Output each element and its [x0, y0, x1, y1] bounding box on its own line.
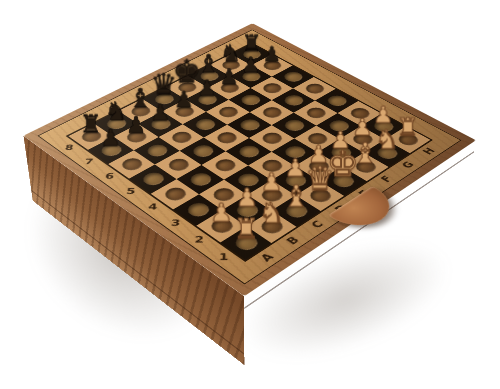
product-photo: 87654321ABCDEFGH ♜♞♝♛♚♝♞♜♟♟♟♟♟♟♟♟♟♟♟♟♟♟♟…	[0, 0, 500, 389]
peg-hole	[258, 130, 285, 146]
peg-hole	[186, 171, 214, 188]
square-b5[interactable]	[155, 151, 202, 179]
peg-hole	[259, 105, 285, 120]
peg-hole	[280, 70, 305, 84]
peg-hole	[236, 117, 262, 132]
peg-hole	[211, 157, 239, 174]
peg-hole	[238, 70, 263, 84]
peg-hole	[171, 104, 197, 119]
peg-hole	[259, 81, 284, 95]
peg-hole	[302, 82, 327, 96]
peg-hole	[168, 129, 195, 145]
peg-hole	[217, 81, 242, 95]
peg-hole	[161, 185, 190, 203]
chess-box: 87654321ABCDEFGH ♜♞♝♛♚♝♞♜♟♟♟♟♟♟♟♟♟♟♟♟♟♟♟…	[23, 23, 475, 296]
peg-hole	[218, 58, 243, 71]
peg-hole	[127, 104, 153, 119]
peg-hole	[237, 93, 263, 107]
peg-hole	[147, 116, 173, 131]
peg-hole	[260, 59, 285, 72]
peg-hole	[213, 130, 240, 146]
peg-hole	[174, 80, 199, 94]
board-top: 87654321ABCDEFGH ♜♞♝♛♚♝♞♜♟♟♟♟♟♟♟♟♟♟♟♟♟♟♟…	[23, 23, 475, 296]
white-rook-glyph: ♜	[228, 215, 264, 243]
peg-hole	[139, 170, 167, 187]
peg-hole	[215, 105, 241, 120]
peg-hole	[281, 93, 307, 107]
peg-hole	[151, 92, 177, 106]
peg-hole	[239, 48, 263, 61]
peg-hole	[192, 117, 218, 132]
peg-hole	[324, 94, 350, 108]
peg-hole	[197, 69, 222, 83]
peg-hole	[194, 92, 220, 106]
square-d4[interactable]	[226, 138, 272, 165]
black-pawn-glyph: ♟	[95, 127, 127, 150]
peg-hole	[118, 156, 146, 173]
peg-hole	[281, 118, 307, 133]
peg-hole	[303, 106, 329, 121]
